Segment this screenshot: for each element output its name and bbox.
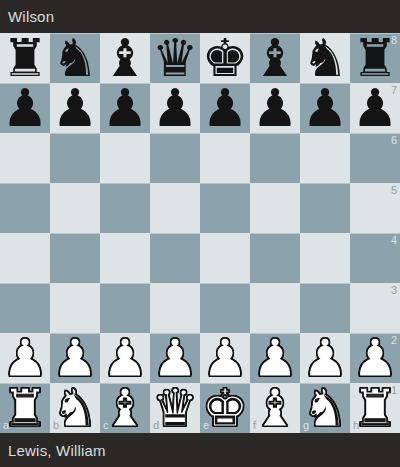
piece-black-queen[interactable]: ♛ <box>152 33 199 83</box>
square-d5[interactable] <box>150 183 200 233</box>
square-b3[interactable] <box>50 283 100 333</box>
piece-white-king[interactable]: ♚ <box>202 383 249 433</box>
piece-black-rook[interactable]: ♜ <box>352 33 399 83</box>
piece-white-rook[interactable]: ♜ <box>352 383 399 433</box>
square-g3[interactable] <box>300 283 350 333</box>
piece-black-pawn[interactable]: ♟ <box>202 83 249 133</box>
square-d4[interactable] <box>150 233 200 283</box>
piece-white-bishop[interactable]: ♝ <box>252 383 299 433</box>
piece-white-bishop[interactable]: ♝ <box>102 383 149 433</box>
square-f5[interactable] <box>250 183 300 233</box>
square-b5[interactable] <box>50 183 100 233</box>
square-b6[interactable] <box>50 133 100 183</box>
piece-black-pawn[interactable]: ♟ <box>252 83 299 133</box>
piece-white-rook[interactable]: ♜ <box>2 383 49 433</box>
square-a4[interactable] <box>0 233 50 283</box>
square-g4[interactable] <box>300 233 350 283</box>
square-c1[interactable]: ♝c <box>100 383 150 433</box>
square-c6[interactable] <box>100 133 150 183</box>
square-b4[interactable] <box>50 233 100 283</box>
piece-white-pawn[interactable]: ♟ <box>152 333 199 383</box>
square-g8[interactable]: ♞ <box>300 33 350 83</box>
piece-white-pawn[interactable]: ♟ <box>52 333 99 383</box>
chess-board[interactable]: ♜♞♝♛♚♝♞♜8♟♟♟♟♟♟♟♟76543♟♟♟♟♟♟♟♟2♜a♞b♝c♛d♚… <box>0 33 400 433</box>
rank-label-4: 4 <box>391 235 397 246</box>
square-h6[interactable]: 6 <box>350 133 400 183</box>
square-e7[interactable]: ♟ <box>200 83 250 133</box>
piece-white-pawn[interactable]: ♟ <box>102 333 149 383</box>
square-f6[interactable] <box>250 133 300 183</box>
square-e5[interactable] <box>200 183 250 233</box>
rank-label-3: 3 <box>391 285 397 296</box>
piece-black-king[interactable]: ♚ <box>202 33 249 83</box>
piece-white-pawn[interactable]: ♟ <box>352 333 399 383</box>
square-e3[interactable] <box>200 283 250 333</box>
square-c3[interactable] <box>100 283 150 333</box>
square-f7[interactable]: ♟ <box>250 83 300 133</box>
square-b7[interactable]: ♟ <box>50 83 100 133</box>
square-f4[interactable] <box>250 233 300 283</box>
square-d8[interactable]: ♛ <box>150 33 200 83</box>
piece-black-bishop[interactable]: ♝ <box>252 33 299 83</box>
square-h3[interactable]: 3 <box>350 283 400 333</box>
square-h4[interactable]: 4 <box>350 233 400 283</box>
piece-white-knight[interactable]: ♞ <box>52 383 99 433</box>
rank-label-6: 6 <box>391 135 397 146</box>
square-d6[interactable] <box>150 133 200 183</box>
square-e1[interactable]: ♚e <box>200 383 250 433</box>
piece-white-knight[interactable]: ♞ <box>302 383 349 433</box>
square-e4[interactable] <box>200 233 250 283</box>
piece-white-pawn[interactable]: ♟ <box>202 333 249 383</box>
square-a2[interactable]: ♟ <box>0 333 50 383</box>
square-c5[interactable] <box>100 183 150 233</box>
player-top-name: Wilson <box>8 8 54 25</box>
square-c7[interactable]: ♟ <box>100 83 150 133</box>
square-e8[interactable]: ♚ <box>200 33 250 83</box>
piece-black-bishop[interactable]: ♝ <box>102 33 149 83</box>
piece-black-pawn[interactable]: ♟ <box>102 83 149 133</box>
square-a1[interactable]: ♜a <box>0 383 50 433</box>
square-d3[interactable] <box>150 283 200 333</box>
square-h1[interactable]: ♜1h <box>350 383 400 433</box>
player-bottom-name: Lewis, William <box>8 442 106 459</box>
piece-black-knight[interactable]: ♞ <box>302 33 349 83</box>
square-h7[interactable]: ♟7 <box>350 83 400 133</box>
square-g2[interactable]: ♟ <box>300 333 350 383</box>
square-c8[interactable]: ♝ <box>100 33 150 83</box>
square-h8[interactable]: ♜8 <box>350 33 400 83</box>
square-e2[interactable]: ♟ <box>200 333 250 383</box>
square-e6[interactable] <box>200 133 250 183</box>
square-f8[interactable]: ♝ <box>250 33 300 83</box>
square-d2[interactable]: ♟ <box>150 333 200 383</box>
square-h2[interactable]: ♟2 <box>350 333 400 383</box>
square-a3[interactable] <box>0 283 50 333</box>
piece-black-rook[interactable]: ♜ <box>2 33 49 83</box>
square-h5[interactable]: 5 <box>350 183 400 233</box>
square-b8[interactable]: ♞ <box>50 33 100 83</box>
square-d7[interactable]: ♟ <box>150 83 200 133</box>
square-c4[interactable] <box>100 233 150 283</box>
square-g1[interactable]: ♞g <box>300 383 350 433</box>
piece-black-pawn[interactable]: ♟ <box>302 83 349 133</box>
square-b1[interactable]: ♞b <box>50 383 100 433</box>
square-f1[interactable]: ♝f <box>250 383 300 433</box>
square-g6[interactable] <box>300 133 350 183</box>
player-bottom-bar: Lewis, William <box>0 433 400 467</box>
square-b2[interactable]: ♟ <box>50 333 100 383</box>
chess-app: Wilson ♜♞♝♛♚♝♞♜8♟♟♟♟♟♟♟♟76543♟♟♟♟♟♟♟♟2♜a… <box>0 0 400 467</box>
piece-black-pawn[interactable]: ♟ <box>52 83 99 133</box>
piece-black-pawn[interactable]: ♟ <box>152 83 199 133</box>
square-a7[interactable]: ♟ <box>0 83 50 133</box>
square-g7[interactable]: ♟ <box>300 83 350 133</box>
piece-black-knight[interactable]: ♞ <box>52 33 99 83</box>
square-a8[interactable]: ♜ <box>0 33 50 83</box>
piece-white-queen[interactable]: ♛ <box>152 383 199 433</box>
square-f3[interactable] <box>250 283 300 333</box>
piece-white-pawn[interactable]: ♟ <box>2 333 49 383</box>
square-d1[interactable]: ♛d <box>150 383 200 433</box>
rank-label-5: 5 <box>391 185 397 196</box>
piece-black-pawn[interactable]: ♟ <box>352 83 399 133</box>
square-f2[interactable]: ♟ <box>250 333 300 383</box>
piece-white-pawn[interactable]: ♟ <box>302 333 349 383</box>
square-a6[interactable] <box>0 133 50 183</box>
piece-white-pawn[interactable]: ♟ <box>252 333 299 383</box>
square-a5[interactable] <box>0 183 50 233</box>
piece-black-pawn[interactable]: ♟ <box>2 83 49 133</box>
square-c2[interactable]: ♟ <box>100 333 150 383</box>
square-g5[interactable] <box>300 183 350 233</box>
